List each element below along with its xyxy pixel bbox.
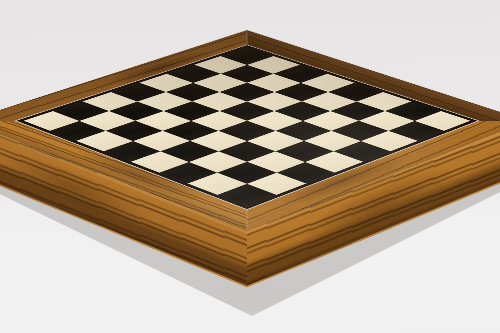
chess-board: [0, 30, 500, 231]
perspective-scene: [0, 0, 500, 333]
photo-stage: [0, 0, 500, 333]
